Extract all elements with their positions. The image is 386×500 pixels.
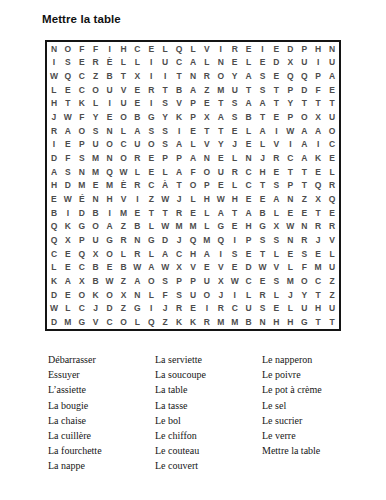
grid-cell: E: [228, 220, 242, 234]
grid-cell: I: [311, 138, 325, 152]
grid-cell: O: [325, 124, 339, 138]
grid-cell: L: [269, 206, 283, 220]
grid-cell: Z: [89, 69, 103, 83]
grid-cell: S: [269, 179, 283, 193]
grid-cell: E: [214, 151, 228, 165]
grid-cell: Q: [311, 179, 325, 193]
grid-cell: I: [311, 56, 325, 70]
grid-cell: L: [144, 288, 158, 302]
grid-cell: K: [61, 220, 75, 234]
grid-cell: Y: [158, 110, 172, 124]
grid-cell: B: [103, 69, 117, 83]
grid-cell: L: [200, 206, 214, 220]
grid-cell: H: [228, 192, 242, 206]
grid-cell: X: [200, 110, 214, 124]
grid-cell: R: [228, 165, 242, 179]
grid-cell: C: [130, 42, 144, 56]
word-list-item: Le sel: [262, 398, 322, 413]
word-list-item: La tasse: [155, 398, 206, 413]
grid-cell: L: [186, 42, 200, 56]
grid-cell: C: [242, 179, 256, 193]
grid-cell: E: [256, 274, 270, 288]
grid-cell: E: [47, 192, 61, 206]
grid-cell: L: [325, 247, 339, 261]
grid-cell: P: [186, 110, 200, 124]
grid-cell: M: [311, 261, 325, 275]
grid-cell: S: [172, 288, 186, 302]
grid-cell: P: [158, 151, 172, 165]
grid-cell: R: [200, 315, 214, 329]
grid-cell: E: [325, 151, 339, 165]
grid-cell: E: [130, 83, 144, 97]
grid-cell: S: [158, 138, 172, 152]
grid-cell: M: [117, 206, 131, 220]
grid-cell: L: [61, 302, 75, 316]
grid-cell: N: [75, 165, 89, 179]
grid-cell: I: [144, 97, 158, 111]
grid-cell: L: [117, 56, 131, 70]
grid-cell: N: [130, 288, 144, 302]
grid-cell: G: [75, 315, 89, 329]
grid-cell: C: [144, 179, 158, 193]
grid-cell: J: [172, 192, 186, 206]
grid-cell: N: [47, 42, 61, 56]
grid-cell: E: [103, 110, 117, 124]
grid-cell: S: [297, 247, 311, 261]
grid-cell: F: [75, 110, 89, 124]
grid-cell: N: [186, 69, 200, 83]
grid-cell: U: [117, 97, 131, 111]
grid-cell: E: [242, 138, 256, 152]
grid-cell: W: [61, 192, 75, 206]
grid-cell: R: [228, 42, 242, 56]
grid-cell: I: [144, 69, 158, 83]
grid-cell: É: [75, 192, 89, 206]
grid-cell: U: [297, 302, 311, 316]
grid-cell: C: [103, 315, 117, 329]
grid-cell: S: [228, 247, 242, 261]
grid-cell: U: [325, 302, 339, 316]
grid-cell: D: [269, 56, 283, 70]
grid-cell: I: [103, 206, 117, 220]
grid-cell: P: [283, 83, 297, 97]
grid-cell: G: [130, 302, 144, 316]
grid-cell: O: [89, 220, 103, 234]
grid-cell: G: [256, 220, 270, 234]
grid-cell: Q: [283, 69, 297, 83]
grid-cell: E: [325, 206, 339, 220]
word-list-item: La fourchette: [48, 443, 102, 458]
grid-cell: S: [228, 97, 242, 111]
grid-cell: È: [117, 179, 131, 193]
grid-cell: D: [75, 206, 89, 220]
grid-cell: P: [186, 274, 200, 288]
grid-cell: C: [228, 302, 242, 316]
grid-cell: A: [214, 206, 228, 220]
grid-cell: L: [186, 138, 200, 152]
grid-cell: P: [186, 97, 200, 111]
grid-cell: S: [256, 83, 270, 97]
grid-cell: L: [283, 302, 297, 316]
grid-cell: O: [186, 179, 200, 193]
grid-cell: B: [256, 206, 270, 220]
grid-cell: U: [325, 261, 339, 275]
grid-cell: W: [61, 110, 75, 124]
grid-cell: U: [158, 56, 172, 70]
grid-cell: Y: [283, 97, 297, 111]
grid-cell: U: [325, 56, 339, 70]
grid-cell: H: [103, 192, 117, 206]
word-list-item: Le sucrier: [262, 413, 322, 428]
grid-cell: M: [283, 274, 297, 288]
grid-cell: H: [283, 315, 297, 329]
grid-cell: E: [89, 179, 103, 193]
grid-cell: W: [103, 274, 117, 288]
grid-cell: S: [256, 69, 270, 83]
grid-cell: B: [242, 110, 256, 124]
grid-cell: V: [200, 42, 214, 56]
grid-cell: U: [200, 274, 214, 288]
grid-cell: R: [311, 220, 325, 234]
grid-cell: X: [311, 192, 325, 206]
grid-cell: F: [75, 42, 89, 56]
grid-cell: V: [269, 138, 283, 152]
grid-cell: T: [311, 97, 325, 111]
grid-cell: Y: [214, 138, 228, 152]
grid-cell: M: [103, 179, 117, 193]
grid-cell: M: [61, 315, 75, 329]
grid-cell: I: [103, 97, 117, 111]
grid-cell: A: [186, 83, 200, 97]
grid-cell: U: [325, 110, 339, 124]
grid-cell: A: [130, 274, 144, 288]
word-list-item: La nappe: [48, 458, 102, 473]
grid-cell: E: [103, 261, 117, 275]
grid-cell: R: [89, 56, 103, 70]
grid-cell: R: [117, 233, 131, 247]
grid-cell: T: [256, 110, 270, 124]
grid-cell: J: [228, 138, 242, 152]
grid-cell: M: [89, 151, 103, 165]
grid-cell: P: [172, 274, 186, 288]
grid-cell: O: [103, 138, 117, 152]
grid-cell: E: [325, 83, 339, 97]
grid-cell: J: [89, 302, 103, 316]
grid-cell: E: [269, 69, 283, 83]
grid-cell: I: [228, 233, 242, 247]
grid-cell: Q: [172, 42, 186, 56]
word-list-item: La cuillère: [48, 428, 102, 443]
grid-cell: E: [200, 261, 214, 275]
grid-cell: T: [283, 165, 297, 179]
grid-cell: C: [75, 69, 89, 83]
grid-cell: V: [186, 261, 200, 275]
grid-cell: E: [269, 110, 283, 124]
grid-cell: E: [61, 288, 75, 302]
grid-cell: V: [117, 83, 131, 97]
grid-cell: A: [297, 138, 311, 152]
grid-cell: X: [117, 288, 131, 302]
grid-cell: Q: [75, 247, 89, 261]
grid-cell: R: [325, 179, 339, 193]
grid-cell: E: [144, 165, 158, 179]
grid-cell: V: [200, 138, 214, 152]
grid-cell: H: [311, 302, 325, 316]
grid-cell: C: [75, 261, 89, 275]
grid-cell: D: [297, 83, 311, 97]
word-list-item: La table: [155, 382, 206, 397]
grid-cell: A: [103, 220, 117, 234]
grid-cell: E: [186, 302, 200, 316]
grid-cell: H: [47, 179, 61, 193]
grid-cell: U: [214, 165, 228, 179]
grid-cell: L: [47, 83, 61, 97]
word-list-item: Essuyer: [48, 367, 102, 382]
word-list-item: La bougie: [48, 398, 102, 413]
grid-cell: M: [172, 220, 186, 234]
grid-cell: L: [200, 56, 214, 70]
grid-cell: E: [256, 192, 270, 206]
grid-cell: Z: [144, 192, 158, 206]
grid-cell: L: [158, 42, 172, 56]
grid-cell: G: [103, 233, 117, 247]
grid-cell: T: [297, 179, 311, 193]
grid-cell: H: [256, 165, 270, 179]
grid-cell: S: [158, 124, 172, 138]
grid-cell: Z: [158, 315, 172, 329]
grid-cell: Y: [297, 288, 311, 302]
grid-cell: H: [200, 192, 214, 206]
grid-cell: N: [130, 233, 144, 247]
grid-cell: E: [242, 192, 256, 206]
word-list-item: Le chiffon: [155, 428, 206, 443]
grid-cell: Q: [103, 165, 117, 179]
grid-cell: C: [325, 138, 339, 152]
grid-cell: L: [325, 165, 339, 179]
grid-cell: M: [200, 233, 214, 247]
grid-cell: E: [186, 124, 200, 138]
grid-cell: M: [214, 315, 228, 329]
grid-cell: È: [103, 56, 117, 70]
grid-cell: X: [61, 233, 75, 247]
grid-cell: S: [158, 97, 172, 111]
grid-cell: W: [130, 261, 144, 275]
grid-cell: Y: [89, 110, 103, 124]
grid-cell: F: [186, 165, 200, 179]
grid-cell: I: [283, 138, 297, 152]
grid-cell: I: [214, 247, 228, 261]
grid-cell: N: [103, 124, 117, 138]
grid-cell: W: [47, 69, 61, 83]
grid-cell: O: [297, 274, 311, 288]
grid-cell: J: [283, 288, 297, 302]
grid-cell: U: [89, 233, 103, 247]
grid-cell: K: [75, 97, 89, 111]
grid-cell: G: [144, 233, 158, 247]
grid-cell: I: [47, 56, 61, 70]
grid-cell: A: [242, 97, 256, 111]
grid-cell: E: [75, 56, 89, 70]
grid-cell: Z: [117, 220, 131, 234]
grid-cell: A: [242, 69, 256, 83]
word-list-column-1: DébarrasserEssuyerL’assietteLa bougieLa …: [48, 352, 102, 474]
grid-cell: O: [144, 274, 158, 288]
grid-cell: P: [311, 69, 325, 83]
word-list-item: Le couteau: [155, 443, 206, 458]
grid-cell: A: [186, 56, 200, 70]
grid-cell: K: [47, 274, 61, 288]
grid-cell: K: [172, 315, 186, 329]
grid-cell: W: [47, 302, 61, 316]
grid-cell: E: [311, 165, 325, 179]
grid-cell: E: [269, 42, 283, 56]
grid-cell: I: [269, 124, 283, 138]
grid-cell: U: [186, 288, 200, 302]
grid-cell: R: [214, 302, 228, 316]
grid-cell: P: [242, 233, 256, 247]
grid-cell: T: [297, 97, 311, 111]
grid-cell: O: [103, 288, 117, 302]
grid-cell: H: [311, 42, 325, 56]
grid-cell: A: [61, 124, 75, 138]
grid-cell: B: [117, 261, 131, 275]
grid-cell: X: [75, 274, 89, 288]
grid-cell: E: [311, 247, 325, 261]
grid-cell: H: [47, 97, 61, 111]
grid-cell: D: [47, 288, 61, 302]
grid-cell: H: [186, 247, 200, 261]
grid-cell: E: [130, 206, 144, 220]
grid-cell: W: [214, 192, 228, 206]
grid-cell: N: [103, 151, 117, 165]
grid-cell: E: [228, 261, 242, 275]
grid-cell: P: [200, 179, 214, 193]
grid-cell: À: [158, 179, 172, 193]
grid-cell: I: [256, 42, 270, 56]
grid-cell: R: [200, 69, 214, 83]
grid-cell: I: [158, 69, 172, 83]
grid-cell: N: [214, 56, 228, 70]
grid-cell: D: [242, 261, 256, 275]
grid-cell: V: [325, 233, 339, 247]
word-list-item: Le bol: [155, 413, 206, 428]
grid-cell: A: [186, 151, 200, 165]
grid-cell: C: [75, 83, 89, 97]
grid-cell: D: [283, 42, 297, 56]
grid-cell: C: [75, 302, 89, 316]
grid-cell: A: [200, 247, 214, 261]
grid-cell: E: [144, 42, 158, 56]
word-list-item: Le verre: [262, 428, 322, 443]
grid-cell: T: [269, 83, 283, 97]
grid-cell: E: [283, 206, 297, 220]
grid-cell: N: [242, 151, 256, 165]
grid-cell: L: [228, 151, 242, 165]
grid-cell: R: [172, 302, 186, 316]
grid-cell: B: [130, 220, 144, 234]
grid-cell: S: [269, 274, 283, 288]
grid-cell: I: [200, 302, 214, 316]
grid-cell: K: [311, 151, 325, 165]
grid-cell: S: [75, 151, 89, 165]
grid-cell: L: [256, 138, 270, 152]
grid-cell: A: [158, 247, 172, 261]
grid-cell: L: [130, 165, 144, 179]
grid-cell: U: [228, 83, 242, 97]
grid-cell: L: [117, 247, 131, 261]
grid-cell: A: [256, 97, 270, 111]
grid-cell: A: [297, 124, 311, 138]
grid-cell: T: [214, 124, 228, 138]
grid-cell: R: [130, 151, 144, 165]
grid-cell: L: [144, 247, 158, 261]
word-list-item: Le napperon: [262, 352, 322, 367]
grid-cell: C: [242, 274, 256, 288]
grid-cell: T: [269, 97, 283, 111]
grid-cell: P: [283, 179, 297, 193]
grid-cell: Q: [144, 315, 158, 329]
grid-cell: I: [228, 288, 242, 302]
grid-cell: R: [47, 124, 61, 138]
grid-cell: Z: [297, 192, 311, 206]
word-search-grid: NOFFIHCELQLVIREIEDPHNISERÈLLIUCALNELEDXU…: [45, 40, 341, 331]
grid-cell: W: [158, 261, 172, 275]
grid-cell: A: [269, 192, 283, 206]
grid-cell: E: [242, 42, 256, 56]
grid-cell: L: [200, 220, 214, 234]
grid-cell: T: [172, 69, 186, 83]
grid-cell: C: [172, 247, 186, 261]
grid-cell: A: [297, 151, 311, 165]
grid-cell: S: [61, 56, 75, 70]
word-list-item: Débarrasser: [48, 352, 102, 367]
grid-cell: I: [61, 206, 75, 220]
page-title: Mettre la table: [42, 13, 121, 25]
grid-cell: W: [283, 220, 297, 234]
grid-cell: I: [172, 124, 186, 138]
grid-cell: T: [256, 179, 270, 193]
grid-cell: M: [75, 179, 89, 193]
grid-cell: W: [228, 274, 242, 288]
grid-cell: A: [214, 110, 228, 124]
grid-cell: R: [144, 83, 158, 97]
grid-cell: E: [256, 56, 270, 70]
grid-cell: H: [117, 42, 131, 56]
grid-cell: O: [200, 165, 214, 179]
grid-cell: O: [117, 151, 131, 165]
grid-cell: V: [117, 192, 131, 206]
grid-cell: A: [172, 165, 186, 179]
grid-cell: B: [89, 261, 103, 275]
grid-cell: T: [256, 247, 270, 261]
grid-cell: B: [130, 110, 144, 124]
word-list-item: La soucoupe: [155, 367, 206, 382]
grid-cell: A: [325, 69, 339, 83]
grid-cell: B: [242, 315, 256, 329]
word-list-column-3: Le napperonLe poivreLe pot à crèmeLe sel…: [262, 352, 322, 458]
grid-cell: T: [158, 206, 172, 220]
grid-cell: R: [130, 247, 144, 261]
grid-cell: C: [47, 247, 61, 261]
grid-cell: N: [325, 42, 339, 56]
grid-cell: Q: [186, 233, 200, 247]
grid-cell: A: [256, 124, 270, 138]
grid-cell: W: [158, 220, 172, 234]
grid-cell: A: [130, 124, 144, 138]
grid-cell: C: [172, 56, 186, 70]
grid-cell: Q: [214, 233, 228, 247]
word-list-item: Le poivre: [262, 367, 322, 382]
